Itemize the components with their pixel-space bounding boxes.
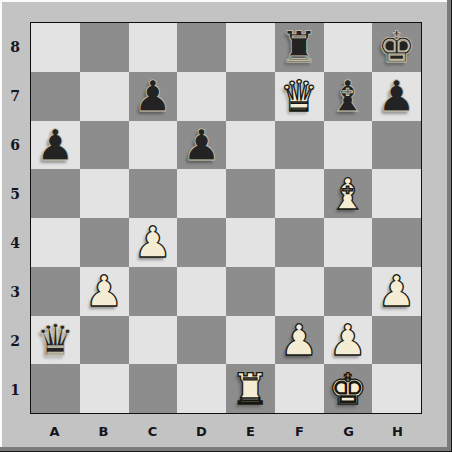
square-a5[interactable] xyxy=(31,169,80,218)
square-d6[interactable]: ♟ xyxy=(177,121,226,170)
file-label-a: A xyxy=(30,414,79,448)
square-b1[interactable] xyxy=(80,364,129,413)
square-h6[interactable] xyxy=(372,121,421,170)
square-b5[interactable] xyxy=(80,169,129,218)
rank-label-3: 3 xyxy=(0,267,30,316)
square-b7[interactable] xyxy=(80,72,129,121)
file-label-e: E xyxy=(226,414,275,448)
square-c4[interactable]: ♟ xyxy=(129,218,178,267)
white-pawn-g2: ♟ xyxy=(329,316,368,364)
square-e7[interactable] xyxy=(226,72,275,121)
square-e3[interactable] xyxy=(226,267,275,316)
square-b3[interactable]: ♟ xyxy=(80,267,129,316)
square-c6[interactable] xyxy=(129,121,178,170)
square-g7[interactable]: ♝ xyxy=(324,72,373,121)
chessboard-frame: 87654321 ♜♚♟♛♝♟♟♟♝♟♟♟♛♟♟♜♚ ABCDEFGH xyxy=(0,0,452,452)
square-g6[interactable] xyxy=(324,121,373,170)
rank-label-2: 2 xyxy=(0,316,30,365)
black-pawn-a6: ♟ xyxy=(36,121,75,169)
square-g1[interactable]: ♚ xyxy=(324,364,373,413)
rank-label-7: 7 xyxy=(0,71,30,120)
square-e4[interactable] xyxy=(226,218,275,267)
rank-label-1: 1 xyxy=(0,365,30,414)
square-d2[interactable] xyxy=(177,316,226,365)
square-a1[interactable] xyxy=(31,364,80,413)
square-a7[interactable] xyxy=(31,72,80,121)
square-c1[interactable] xyxy=(129,364,178,413)
rank-labels: 87654321 xyxy=(0,22,30,414)
white-pawn-h3: ♟ xyxy=(377,267,416,315)
square-c2[interactable] xyxy=(129,316,178,365)
square-f8[interactable]: ♜ xyxy=(275,23,324,72)
square-d7[interactable] xyxy=(177,72,226,121)
rank-label-5: 5 xyxy=(0,169,30,218)
square-f3[interactable] xyxy=(275,267,324,316)
square-e5[interactable] xyxy=(226,169,275,218)
square-a2[interactable]: ♛ xyxy=(31,316,80,365)
square-h1[interactable] xyxy=(372,364,421,413)
square-h4[interactable] xyxy=(372,218,421,267)
black-queen-a2: ♛ xyxy=(36,316,75,364)
black-king-h8: ♚ xyxy=(377,23,416,71)
file-label-d: D xyxy=(177,414,226,448)
square-f2[interactable]: ♟ xyxy=(275,316,324,365)
square-a6[interactable]: ♟ xyxy=(31,121,80,170)
file-label-h: H xyxy=(373,414,422,448)
white-queen-f7: ♛ xyxy=(280,72,319,120)
square-e6[interactable] xyxy=(226,121,275,170)
white-rook-e1: ♜ xyxy=(231,365,270,413)
white-pawn-f2: ♟ xyxy=(280,316,319,364)
black-rook-f8: ♜ xyxy=(280,23,319,71)
square-g3[interactable] xyxy=(324,267,373,316)
file-label-b: B xyxy=(79,414,128,448)
square-h3[interactable]: ♟ xyxy=(372,267,421,316)
square-d5[interactable] xyxy=(177,169,226,218)
square-f4[interactable] xyxy=(275,218,324,267)
rank-label-6: 6 xyxy=(0,120,30,169)
square-b4[interactable] xyxy=(80,218,129,267)
square-e8[interactable] xyxy=(226,23,275,72)
square-a8[interactable] xyxy=(31,23,80,72)
square-d4[interactable] xyxy=(177,218,226,267)
rank-label-8: 8 xyxy=(0,22,30,71)
black-bishop-g7: ♝ xyxy=(329,72,368,120)
square-g5[interactable]: ♝ xyxy=(324,169,373,218)
square-f6[interactable] xyxy=(275,121,324,170)
square-b2[interactable] xyxy=(80,316,129,365)
square-f7[interactable]: ♛ xyxy=(275,72,324,121)
black-pawn-h7: ♟ xyxy=(377,72,416,120)
file-label-c: C xyxy=(128,414,177,448)
square-b8[interactable] xyxy=(80,23,129,72)
square-h5[interactable] xyxy=(372,169,421,218)
file-labels: ABCDEFGH xyxy=(30,414,422,448)
square-g4[interactable] xyxy=(324,218,373,267)
square-g8[interactable] xyxy=(324,23,373,72)
square-f1[interactable] xyxy=(275,364,324,413)
square-a4[interactable] xyxy=(31,218,80,267)
square-h8[interactable]: ♚ xyxy=(372,23,421,72)
white-pawn-c4: ♟ xyxy=(134,218,173,266)
square-c3[interactable] xyxy=(129,267,178,316)
square-d8[interactable] xyxy=(177,23,226,72)
square-c5[interactable] xyxy=(129,169,178,218)
rank-label-4: 4 xyxy=(0,218,30,267)
square-d1[interactable] xyxy=(177,364,226,413)
square-g2[interactable]: ♟ xyxy=(324,316,373,365)
square-e2[interactable] xyxy=(226,316,275,365)
black-pawn-c7: ♟ xyxy=(134,72,173,120)
black-pawn-d6: ♟ xyxy=(182,121,221,169)
square-h2[interactable] xyxy=(372,316,421,365)
square-d3[interactable] xyxy=(177,267,226,316)
square-c7[interactable]: ♟ xyxy=(129,72,178,121)
square-e1[interactable]: ♜ xyxy=(226,364,275,413)
chessboard: ♜♚♟♛♝♟♟♟♝♟♟♟♛♟♟♜♚ xyxy=(30,22,422,414)
square-a3[interactable] xyxy=(31,267,80,316)
square-h7[interactable]: ♟ xyxy=(372,72,421,121)
white-king-g1: ♚ xyxy=(329,365,368,413)
file-label-f: F xyxy=(275,414,324,448)
square-b6[interactable] xyxy=(80,121,129,170)
white-pawn-b3: ♟ xyxy=(85,267,124,315)
white-bishop-g5: ♝ xyxy=(329,170,368,218)
square-f5[interactable] xyxy=(275,169,324,218)
square-c8[interactable] xyxy=(129,23,178,72)
file-label-g: G xyxy=(324,414,373,448)
